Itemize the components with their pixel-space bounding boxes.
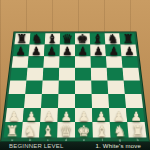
square-c3[interactable] (41, 94, 58, 108)
square-g2[interactable]: ♟ (109, 108, 127, 123)
square-b7[interactable]: ♟ (29, 44, 45, 56)
square-a7[interactable]: ♟ (13, 44, 29, 56)
square-g3[interactable] (108, 94, 126, 108)
square-h5[interactable] (122, 68, 139, 81)
square-d3[interactable] (58, 94, 75, 108)
square-f1[interactable]: ♝ (92, 122, 110, 137)
square-g6[interactable] (106, 56, 123, 68)
square-b1[interactable]: ♞ (21, 122, 40, 137)
square-f4[interactable] (91, 81, 108, 94)
square-e3[interactable] (75, 94, 92, 108)
square-d6[interactable] (59, 56, 75, 68)
square-f7[interactable]: ♟ (90, 44, 106, 56)
square-h7[interactable]: ♟ (120, 44, 136, 56)
square-c7[interactable]: ♟ (44, 44, 60, 56)
square-e5[interactable] (75, 68, 91, 81)
piece-black-king[interactable]: ♚ (75, 32, 90, 45)
square-c8[interactable]: ♝ (45, 33, 60, 44)
square-c6[interactable] (43, 56, 59, 68)
square-b6[interactable] (28, 56, 45, 68)
square-e8[interactable]: ♚ (75, 33, 90, 44)
square-a8[interactable]: ♜ (14, 33, 30, 44)
square-e4[interactable] (75, 81, 92, 94)
piece-black-pawn[interactable]: ♟ (75, 45, 91, 57)
square-f5[interactable] (91, 68, 108, 81)
piece-black-pawn[interactable]: ♟ (44, 45, 60, 57)
square-d2[interactable]: ♟ (58, 108, 75, 123)
piece-black-pawn[interactable]: ♟ (91, 45, 107, 57)
piece-black-rook[interactable]: ♜ (14, 32, 29, 45)
level-label: BEGINNER LEVEL (9, 142, 64, 150)
piece-black-rook[interactable]: ♜ (121, 32, 136, 45)
square-f2[interactable]: ♟ (92, 108, 110, 123)
square-e7[interactable]: ♟ (75, 44, 90, 56)
square-a4[interactable] (9, 81, 27, 94)
square-f3[interactable] (92, 94, 109, 108)
move-indicator: 1. White's move (96, 142, 142, 150)
square-b5[interactable] (26, 68, 43, 81)
piece-black-bishop[interactable]: ♝ (45, 32, 60, 45)
square-g5[interactable] (107, 68, 124, 81)
piece-black-pawn[interactable]: ♟ (28, 45, 44, 57)
board-frame: ♜♞♝♛♚♝♞♜♟♟♟♟♟♟♟♟♟♟♟♟♟♟♟♟♜♞♝♛♚♝♞♜ abcdefg… (0, 31, 150, 142)
square-a3[interactable] (7, 94, 25, 108)
chess-board[interactable]: ♜♞♝♛♚♝♞♜♟♟♟♟♟♟♟♟♟♟♟♟♟♟♟♟♜♞♝♛♚♝♞♜ (4, 33, 147, 137)
square-a6[interactable] (12, 56, 29, 68)
square-h1[interactable]: ♜ (127, 122, 146, 137)
square-e1[interactable]: ♚ (75, 122, 93, 137)
square-g4[interactable] (107, 81, 124, 94)
square-g1[interactable]: ♞ (110, 122, 129, 137)
square-a2[interactable]: ♟ (5, 108, 24, 123)
square-h4[interactable] (124, 81, 142, 94)
square-a5[interactable] (10, 68, 27, 81)
square-b8[interactable]: ♞ (30, 33, 46, 44)
piece-black-pawn[interactable]: ♟ (13, 45, 29, 57)
square-h6[interactable] (121, 56, 138, 68)
square-d1[interactable]: ♛ (57, 122, 75, 137)
square-b4[interactable] (25, 81, 42, 94)
piece-black-knight[interactable]: ♞ (29, 32, 44, 45)
game-scene: ♜♞♝♛♚♝♞♜♟♟♟♟♟♟♟♟♟♟♟♟♟♟♟♟♜♞♝♛♚♝♞♜ abcdefg… (0, 0, 150, 150)
status-bar: BEGINNER LEVEL 1. White's move (0, 142, 150, 150)
square-b2[interactable]: ♟ (23, 108, 41, 123)
square-f8[interactable]: ♝ (90, 33, 105, 44)
piece-black-pawn[interactable]: ♟ (106, 45, 122, 57)
square-f6[interactable] (90, 56, 106, 68)
piece-black-pawn[interactable]: ♟ (122, 45, 138, 57)
square-d8[interactable]: ♛ (60, 33, 75, 44)
square-e6[interactable] (75, 56, 91, 68)
square-g7[interactable]: ♟ (105, 44, 121, 56)
square-c1[interactable]: ♝ (39, 122, 57, 137)
square-h8[interactable]: ♜ (119, 33, 135, 44)
square-a1[interactable]: ♜ (4, 122, 23, 137)
square-c5[interactable] (43, 68, 60, 81)
square-d7[interactable]: ♟ (60, 44, 75, 56)
square-d4[interactable] (58, 81, 75, 94)
board-perspective-wrap: ♜♞♝♛♚♝♞♜♟♟♟♟♟♟♟♟♟♟♟♟♟♟♟♟♜♞♝♛♚♝♞♜ abcdefg… (0, 31, 150, 142)
square-g8[interactable]: ♞ (105, 33, 121, 44)
square-e2[interactable]: ♟ (75, 108, 92, 123)
piece-black-pawn[interactable]: ♟ (59, 45, 75, 57)
square-b3[interactable] (24, 94, 42, 108)
square-d5[interactable] (59, 68, 75, 81)
piece-black-knight[interactable]: ♞ (105, 32, 120, 45)
square-h2[interactable]: ♟ (126, 108, 145, 123)
square-h3[interactable] (125, 94, 143, 108)
piece-black-queen[interactable]: ♛ (60, 32, 75, 45)
square-c4[interactable] (42, 81, 59, 94)
piece-black-bishop[interactable]: ♝ (90, 32, 105, 45)
square-c2[interactable]: ♟ (40, 108, 58, 123)
